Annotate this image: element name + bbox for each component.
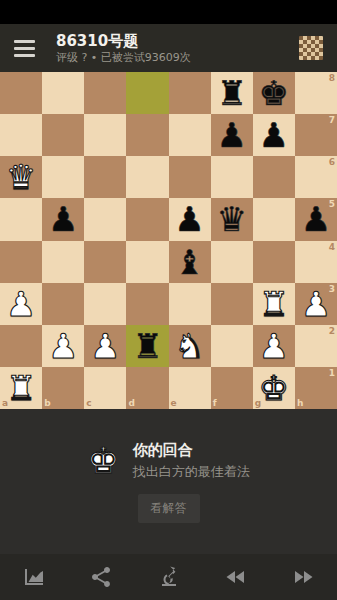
square-e3[interactable] [169, 283, 211, 325]
white-pawn-h3[interactable]: ♟ [301, 287, 331, 321]
black-bishop-e4[interactable]: ♝ [174, 245, 204, 279]
mini-chessboard-icon[interactable] [299, 36, 323, 60]
square-g2[interactable]: ♟ [253, 325, 295, 367]
white-queen-a6[interactable]: ♛ [6, 160, 36, 194]
rank-label-7: 7 [329, 116, 335, 125]
square-h4[interactable]: 4 [295, 241, 337, 283]
square-c7[interactable] [84, 114, 126, 156]
square-d2[interactable]: ♜ [126, 325, 168, 367]
fast-forward-button[interactable] [270, 554, 337, 600]
square-h7[interactable]: 7 [295, 114, 337, 156]
white-pawn-g2[interactable]: ♟ [259, 329, 289, 363]
square-f8[interactable]: ♜ [211, 72, 253, 114]
square-g5[interactable] [253, 198, 295, 240]
square-f2[interactable] [211, 325, 253, 367]
square-g7[interactable]: ♟ [253, 114, 295, 156]
square-h1[interactable]: 1h [295, 367, 337, 409]
square-c1[interactable]: c [84, 367, 126, 409]
square-a7[interactable] [0, 114, 42, 156]
square-g8[interactable]: ♚ [253, 72, 295, 114]
rank-label-3: 3 [329, 285, 335, 294]
rewind-button[interactable] [202, 554, 269, 600]
file-label-h: h [297, 399, 303, 408]
analysis-chart-button[interactable] [0, 554, 67, 600]
white-pawn-a3[interactable]: ♟ [6, 287, 36, 321]
square-g3[interactable]: ♜ [253, 283, 295, 325]
rewind-icon [224, 565, 248, 589]
square-b2[interactable]: ♟ [42, 325, 84, 367]
square-f1[interactable]: f [211, 367, 253, 409]
square-h5[interactable]: ♟5 [295, 198, 337, 240]
white-rook-a1[interactable]: ♜ [6, 371, 36, 405]
square-b5[interactable]: ♟ [42, 198, 84, 240]
square-d4[interactable] [126, 241, 168, 283]
fast-forward-icon [291, 565, 315, 589]
square-h3[interactable]: ♟3 [295, 283, 337, 325]
square-d3[interactable] [126, 283, 168, 325]
white-king-icon: ♚ [87, 443, 119, 479]
analysis-board-button[interactable] [135, 554, 202, 600]
app-titles: 86310号题 评级 ? • 已被尝试93609次 [48, 32, 299, 65]
view-solution-button[interactable]: 看解答 [138, 494, 200, 523]
square-e4[interactable]: ♝ [169, 241, 211, 283]
square-g6[interactable] [253, 156, 295, 198]
microscope-analysis-icon [157, 565, 181, 589]
white-pawn-c2[interactable]: ♟ [90, 329, 120, 363]
file-label-a: a [2, 399, 8, 408]
white-knight-e2[interactable]: ♞ [174, 329, 204, 363]
square-f6[interactable] [211, 156, 253, 198]
square-c3[interactable] [84, 283, 126, 325]
rank-label-6: 6 [329, 158, 335, 167]
feedback-panel: ♚ 你的回合 找出白方的最佳着法 看解答 [0, 409, 337, 554]
square-e2[interactable]: ♞ [169, 325, 211, 367]
square-c4[interactable] [84, 241, 126, 283]
square-h8[interactable]: 8 [295, 72, 337, 114]
black-rook-f8[interactable]: ♜ [216, 76, 246, 110]
file-label-f: f [213, 399, 217, 408]
hamburger-menu-icon [14, 40, 35, 57]
square-a2[interactable] [0, 325, 42, 367]
file-label-c: c [86, 399, 91, 408]
analysis-chart-icon [22, 565, 46, 589]
file-label-g: g [255, 399, 261, 408]
black-pawn-b5[interactable]: ♟ [48, 202, 78, 236]
file-label-b: b [44, 399, 50, 408]
rank-label-2: 2 [329, 327, 335, 336]
turn-texts: 你的回合 找出白方的最佳着法 [133, 441, 250, 481]
square-a6[interactable]: ♛ [0, 156, 42, 198]
status-bar [0, 0, 337, 24]
rank-label-8: 8 [329, 74, 335, 83]
share-button[interactable] [67, 554, 134, 600]
page-title: 86310号题 [56, 32, 299, 50]
black-queen-f5[interactable]: ♛ [216, 202, 246, 236]
white-king-g1[interactable]: ♚ [259, 371, 289, 405]
menu-button[interactable] [0, 24, 48, 72]
square-b7[interactable] [42, 114, 84, 156]
square-g1[interactable]: ♚g [253, 367, 295, 409]
square-g4[interactable] [253, 241, 295, 283]
black-pawn-h5[interactable]: ♟ [301, 202, 331, 236]
square-h2[interactable]: 2 [295, 325, 337, 367]
bottom-toolbar [0, 554, 337, 600]
square-f3[interactable] [211, 283, 253, 325]
square-d5[interactable] [126, 198, 168, 240]
white-pawn-b2[interactable]: ♟ [48, 329, 78, 363]
page-subtitle: 评级 ? • 已被尝试93609次 [56, 51, 299, 65]
black-pawn-e5[interactable]: ♟ [174, 202, 204, 236]
square-e1[interactable]: e [169, 367, 211, 409]
square-b4[interactable] [42, 241, 84, 283]
square-a8[interactable] [0, 72, 42, 114]
turn-instruction: 找出白方的最佳着法 [133, 463, 250, 481]
black-rook-d2[interactable]: ♜ [132, 329, 162, 363]
white-rook-g3[interactable]: ♜ [259, 287, 289, 321]
puzzle-app-screen: 86310号题 评级 ? • 已被尝试93609次 ♜♚8♟♟7♛6♟♟♛♟5♝… [0, 0, 337, 600]
square-f7[interactable]: ♟ [211, 114, 253, 156]
square-e5[interactable]: ♟ [169, 198, 211, 240]
square-h6[interactable]: 6 [295, 156, 337, 198]
turn-row: ♚ 你的回合 找出白方的最佳着法 [87, 441, 249, 481]
square-b3[interactable] [42, 283, 84, 325]
square-d7[interactable] [126, 114, 168, 156]
share-icon [89, 565, 113, 589]
square-a5[interactable] [0, 198, 42, 240]
square-b8[interactable] [42, 72, 84, 114]
file-label-e: e [171, 399, 177, 408]
file-label-d: d [128, 399, 134, 408]
square-c5[interactable] [84, 198, 126, 240]
turn-title: 你的回合 [133, 441, 250, 460]
square-c6[interactable] [84, 156, 126, 198]
square-c8[interactable] [84, 72, 126, 114]
square-d6[interactable] [126, 156, 168, 198]
square-a3[interactable]: ♟ [0, 283, 42, 325]
square-d1[interactable]: d [126, 367, 168, 409]
app-bar: 86310号题 评级 ? • 已被尝试93609次 [0, 24, 337, 72]
black-pawn-g7[interactable]: ♟ [259, 118, 289, 152]
square-f5[interactable]: ♛ [211, 198, 253, 240]
rank-label-4: 4 [329, 243, 335, 252]
square-b1[interactable]: b [42, 367, 84, 409]
black-king-g8[interactable]: ♚ [259, 76, 289, 110]
square-c2[interactable]: ♟ [84, 325, 126, 367]
black-pawn-f7[interactable]: ♟ [216, 118, 246, 152]
rank-label-1: 1 [329, 369, 335, 378]
square-e7[interactable] [169, 114, 211, 156]
square-e8[interactable] [169, 72, 211, 114]
chess-board[interactable]: ♜♚8♟♟7♛6♟♟♛♟5♝4♟♜♟3♟♟♜♞♟2♜abcdef♚g1h [0, 72, 337, 409]
square-a4[interactable] [0, 241, 42, 283]
square-e6[interactable] [169, 156, 211, 198]
square-b6[interactable] [42, 156, 84, 198]
square-d8[interactable] [126, 72, 168, 114]
square-f4[interactable] [211, 241, 253, 283]
rank-label-5: 5 [329, 200, 335, 209]
square-a1[interactable]: ♜a [0, 367, 42, 409]
